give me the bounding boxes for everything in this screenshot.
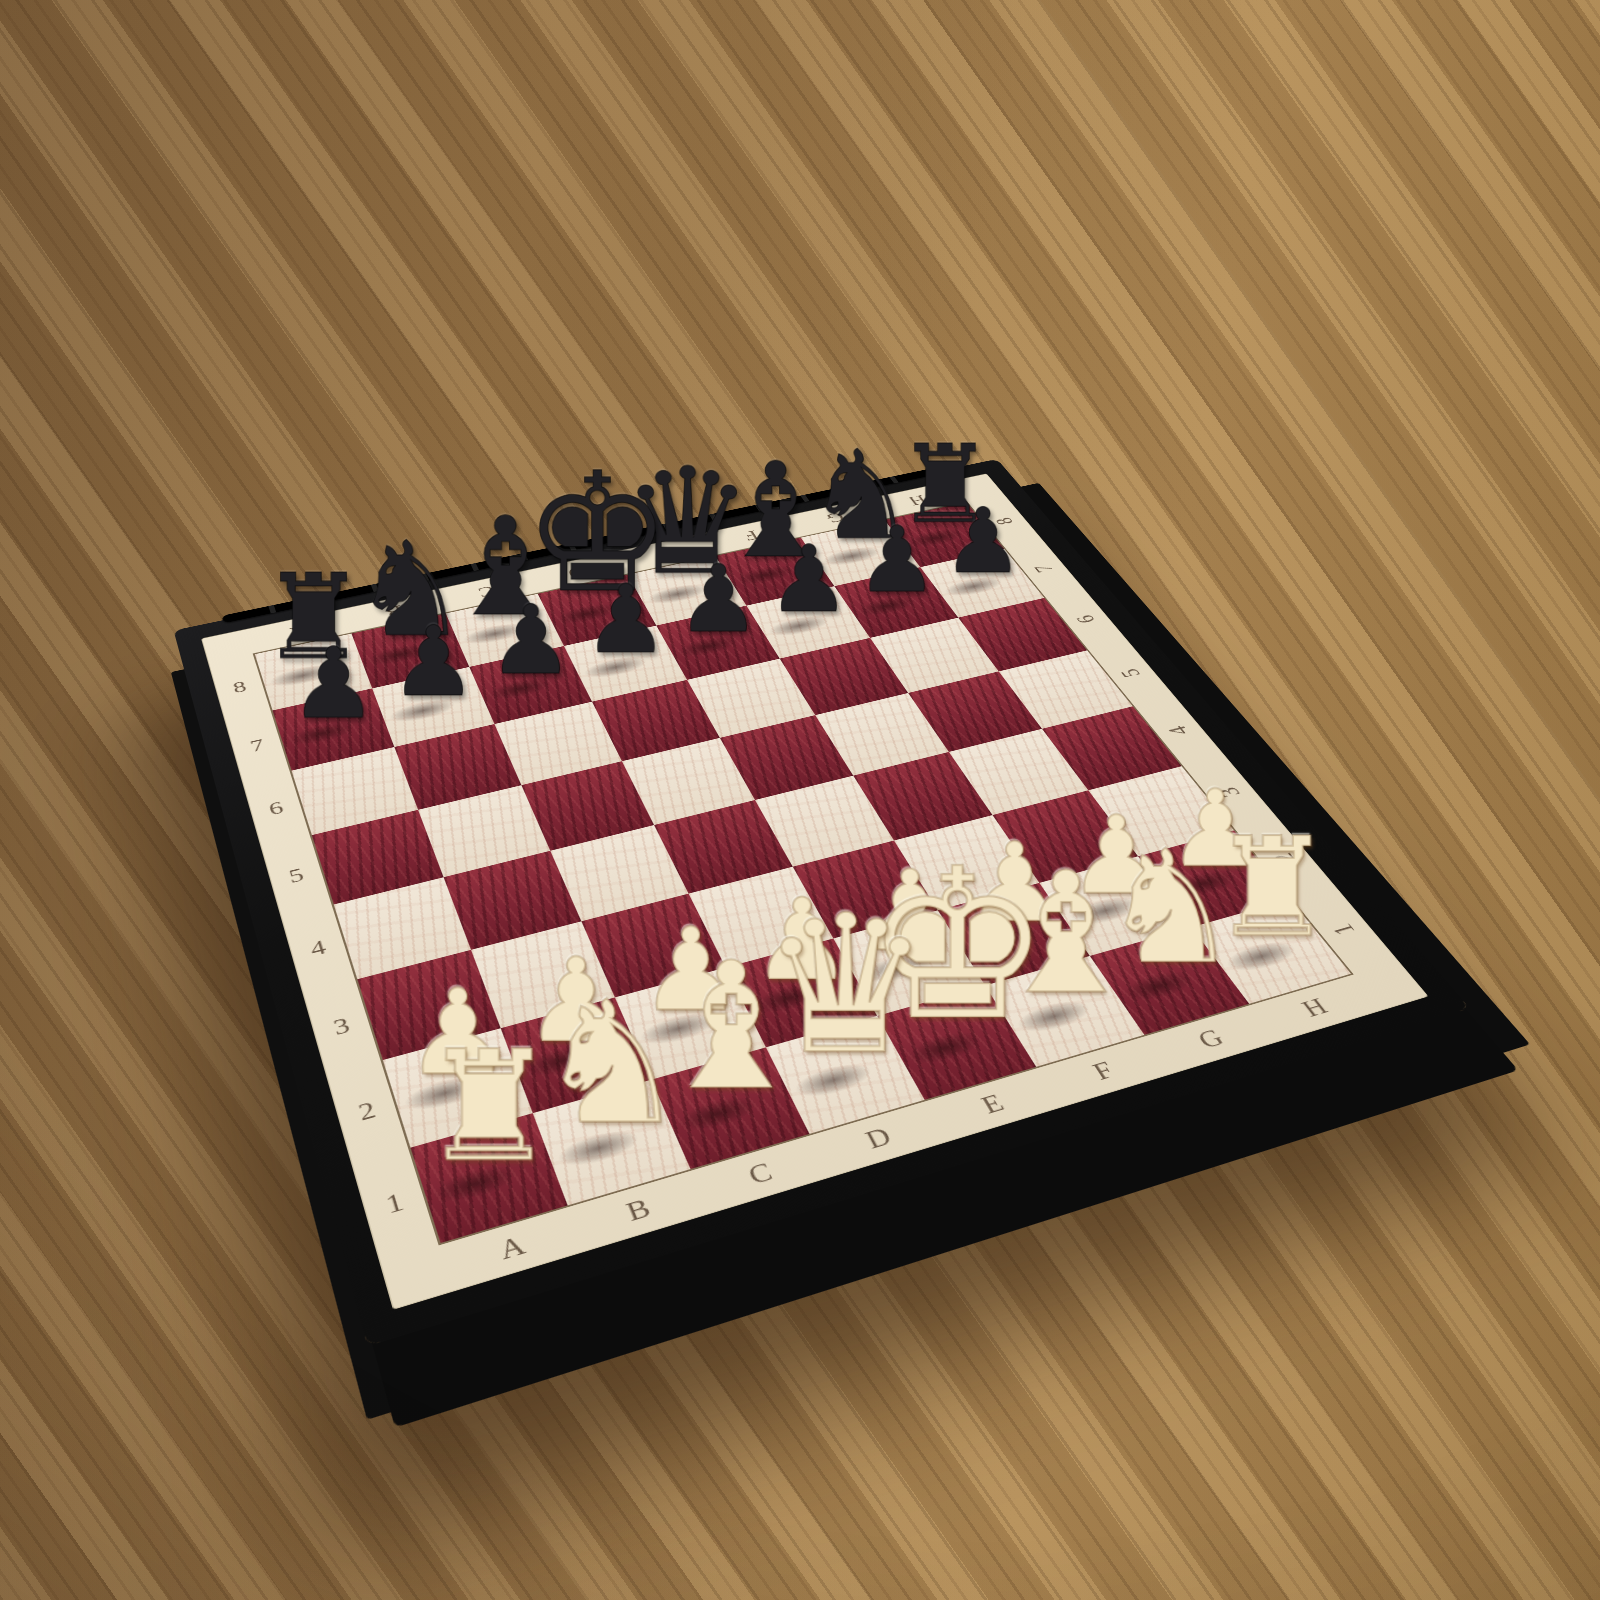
piece-white-rook-a1[interactable]: ♜ [356,1035,622,1180]
photo-scene: ABCDEFGHABCDEFGH8765432187654321 ♜♞♝♚♛♝♞… [0,0,1600,1600]
